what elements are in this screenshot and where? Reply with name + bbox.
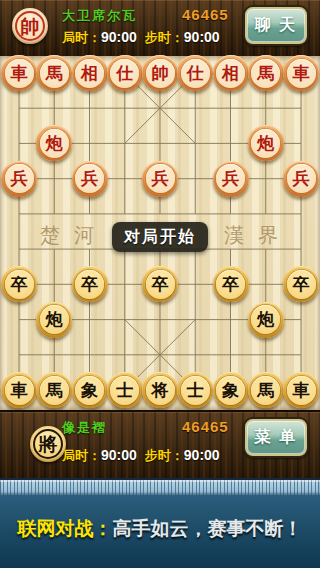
piece-face: 炮 — [40, 129, 69, 158]
xiangqi-piece-red-炮-r2c7[interactable]: 炮 — [248, 125, 284, 161]
opponent-name: 大卫席尔瓦 — [62, 7, 137, 25]
black-general-icon-char: 將 — [39, 435, 58, 454]
player-timers: 局时：90:00步时：90:00 — [62, 447, 228, 465]
xiangqi-piece-red-兵-r3c2[interactable]: 兵 — [72, 161, 108, 197]
piece-face: 兵 — [287, 164, 316, 193]
chat-button[interactable]: 聊 天 — [243, 5, 309, 46]
black-general-icon: 將 — [30, 426, 66, 462]
piece-face: 仕 — [110, 59, 139, 88]
game-start-toast: 对局开始 — [112, 222, 208, 252]
piece-face: 兵 — [5, 164, 34, 193]
player-score: 46465 — [182, 418, 229, 435]
piece-face: 馬 — [40, 59, 69, 88]
river-label-right: 漢界 — [224, 222, 292, 249]
piece-face: 車 — [287, 376, 316, 405]
piece-face: 炮 — [251, 305, 280, 334]
xiangqi-piece-red-馬-r0c7[interactable]: 馬 — [248, 55, 284, 91]
promo-banner-text: 联网对战：高手如云，赛事不断！ — [18, 516, 303, 542]
xiangqi-piece-black-炮-r7c1[interactable]: 炮 — [36, 302, 72, 338]
xiangqi-piece-black-炮-r7c7[interactable]: 炮 — [248, 302, 284, 338]
player-name: 像是褶 — [62, 419, 107, 437]
piece-face: 仕 — [181, 59, 210, 88]
piece-face: 象 — [75, 376, 104, 405]
piece-face: 相 — [216, 59, 245, 88]
xiangqi-piece-red-仕-r0c5[interactable]: 仕 — [177, 55, 213, 91]
xiangqi-piece-red-兵-r3c4[interactable]: 兵 — [142, 161, 178, 197]
xiangqi-piece-black-馬-r9c1[interactable]: 馬 — [36, 372, 72, 408]
xiangqi-piece-red-兵-r3c8[interactable]: 兵 — [283, 161, 319, 197]
xiangqi-piece-red-車-r0c0[interactable]: 車 — [1, 55, 37, 91]
piece-face: 帥 — [146, 59, 175, 88]
game-time-value: 90:00 — [101, 447, 137, 463]
piece-face: 車 — [287, 59, 316, 88]
piece-face: 卒 — [216, 270, 245, 299]
piece-face: 士 — [110, 376, 139, 405]
piece-face: 炮 — [40, 305, 69, 334]
menu-button[interactable]: 菜 单 — [243, 417, 309, 458]
xiangqi-piece-red-車-r0c8[interactable]: 車 — [283, 55, 319, 91]
xiangqi-piece-black-車-r9c8[interactable]: 車 — [283, 372, 319, 408]
opponent-timers: 局时：90:00步时：90:00 — [62, 29, 228, 47]
xiangqi-piece-red-相-r0c6[interactable]: 相 — [213, 55, 249, 91]
opponent-score: 46465 — [182, 6, 229, 23]
xiangqi-piece-black-卒-r6c2[interactable]: 卒 — [72, 266, 108, 302]
piece-face: 兵 — [146, 164, 175, 193]
piece-face: 兵 — [75, 164, 104, 193]
red-general-icon: 帥 — [12, 8, 48, 44]
xiangqi-piece-red-馬-r0c1[interactable]: 馬 — [36, 55, 72, 91]
xiangqi-piece-red-兵-r3c6[interactable]: 兵 — [213, 161, 249, 197]
piece-face: 馬 — [40, 376, 69, 405]
piece-face: 象 — [216, 376, 245, 405]
piece-face: 士 — [181, 376, 210, 405]
step-time-label: 步时： — [145, 448, 184, 463]
river-label-left: 楚河 — [40, 222, 108, 249]
promo-highlight: 联网对战： — [18, 518, 113, 539]
xiangqi-piece-red-仕-r0c3[interactable]: 仕 — [107, 55, 143, 91]
piece-face: 卒 — [5, 270, 34, 299]
xiangqi-piece-black-将-r9c4[interactable]: 将 — [142, 372, 178, 408]
piece-face: 将 — [146, 376, 175, 405]
xiangqi-piece-black-車-r9c0[interactable]: 車 — [1, 372, 37, 408]
piece-face: 馬 — [251, 376, 280, 405]
step-time-label: 步时： — [145, 30, 184, 45]
xiangqi-app-screen: 帥 大卫席尔瓦 46465 局时：90:00步时：90:00 聊 天 楚河 漢界… — [0, 0, 320, 568]
xiangqi-piece-red-相-r0c2[interactable]: 相 — [72, 55, 108, 91]
piece-face: 卒 — [146, 270, 175, 299]
game-time-label: 局时： — [62, 448, 101, 463]
piece-face: 車 — [5, 376, 34, 405]
xiangqi-piece-black-士-r9c3[interactable]: 士 — [107, 372, 143, 408]
piece-face: 炮 — [251, 129, 280, 158]
piece-face: 卒 — [287, 270, 316, 299]
promo-banner[interactable]: 联网对战：高手如云，赛事不断！ — [0, 495, 320, 568]
xiangqi-piece-black-象-r9c2[interactable]: 象 — [72, 372, 108, 408]
step-time-value: 90:00 — [184, 447, 220, 463]
step-time-value: 90:00 — [184, 29, 220, 45]
piece-face: 卒 — [75, 270, 104, 299]
game-time-value: 90:00 — [101, 29, 137, 45]
xiangqi-board[interactable]: 楚河 漢界 車馬相仕帥仕相馬車炮炮兵兵兵兵兵卒卒卒卒卒炮炮車馬象士将士象馬車 对… — [0, 56, 320, 410]
meander-border-pattern — [0, 478, 320, 495]
piece-face: 相 — [75, 59, 104, 88]
piece-face: 馬 — [251, 59, 280, 88]
xiangqi-piece-red-帥-r0c4[interactable]: 帥 — [142, 55, 178, 91]
promo-message: 高手如云，赛事不断！ — [113, 518, 303, 539]
game-time-label: 局时： — [62, 30, 101, 45]
red-general-icon-char: 帥 — [21, 17, 40, 36]
bottom-player-bar: 將 像是褶 46465 局时：90:00步时：90:00 菜 单 — [0, 410, 320, 480]
piece-face: 兵 — [216, 164, 245, 193]
top-player-bar: 帥 大卫席尔瓦 46465 局时：90:00步时：90:00 聊 天 — [0, 0, 320, 58]
xiangqi-piece-black-士-r9c5[interactable]: 士 — [177, 372, 213, 408]
piece-face: 車 — [5, 59, 34, 88]
xiangqi-piece-black-馬-r9c7[interactable]: 馬 — [248, 372, 284, 408]
xiangqi-piece-red-兵-r3c0[interactable]: 兵 — [1, 161, 37, 197]
xiangqi-piece-black-象-r9c6[interactable]: 象 — [213, 372, 249, 408]
xiangqi-piece-black-卒-r6c6[interactable]: 卒 — [213, 266, 249, 302]
